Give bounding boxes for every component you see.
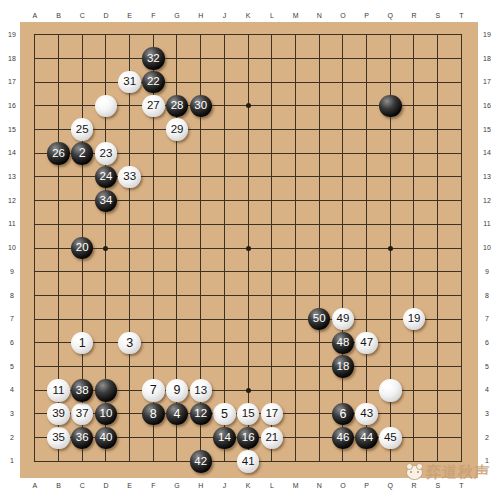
move-number: 31 — [123, 76, 136, 88]
column-label-top-N: N — [311, 12, 327, 20]
row-label-left-11: 11 — [4, 220, 20, 228]
move-number: 23 — [100, 148, 113, 160]
column-label-bottom-M: M — [288, 482, 304, 490]
move-number: 13 — [194, 385, 207, 397]
stone-black-F3-move-8: 8 — [142, 403, 164, 425]
row-label-right-18: 18 — [479, 55, 495, 63]
move-number: 36 — [76, 432, 89, 444]
stone-black-F17-move-22: 22 — [142, 71, 164, 93]
move-number: 7 — [150, 384, 157, 397]
row-label-right-17: 17 — [479, 78, 495, 86]
stone-white-L3-move-17: 17 — [261, 403, 283, 425]
column-label-bottom-P: P — [359, 482, 375, 490]
stone-white-B4-move-11: 11 — [47, 379, 69, 401]
move-number: 44 — [360, 432, 373, 444]
stone-white-B3-move-39: 39 — [47, 403, 69, 425]
move-number: 32 — [147, 53, 160, 65]
star-point-Q10 — [388, 246, 393, 251]
stone-white-F16-move-27: 27 — [142, 95, 164, 117]
column-label-top-C: C — [74, 12, 90, 20]
column-label-bottom-N: N — [311, 482, 327, 490]
move-number: 17 — [265, 408, 278, 420]
move-number: 25 — [76, 124, 89, 136]
star-point-K10 — [246, 246, 251, 251]
column-label-bottom-A: A — [27, 482, 43, 490]
move-number: 43 — [360, 408, 373, 420]
row-label-left-16: 16 — [4, 102, 20, 110]
move-number: 38 — [76, 385, 89, 397]
move-number: 14 — [218, 432, 231, 444]
move-number: 3 — [126, 337, 133, 350]
row-label-right-19: 19 — [479, 31, 495, 39]
move-number: 50 — [313, 313, 326, 325]
row-label-left-10: 10 — [4, 244, 20, 252]
row-label-left-1: 1 — [4, 457, 20, 465]
row-label-right-14: 14 — [479, 149, 495, 157]
row-label-left-2: 2 — [4, 434, 20, 442]
move-number: 1 — [79, 337, 86, 350]
row-label-left-14: 14 — [4, 149, 20, 157]
move-number: 30 — [194, 100, 207, 112]
stone-white-E13-move-33: 33 — [118, 166, 140, 188]
column-label-bottom-S: S — [430, 482, 446, 490]
stone-white-P6-move-47: 47 — [355, 332, 377, 354]
watermark-text: 弈道秋声 — [425, 463, 490, 482]
column-label-top-P: P — [359, 12, 375, 20]
row-label-left-18: 18 — [4, 55, 20, 63]
column-label-top-Q: Q — [382, 12, 398, 20]
move-number: 37 — [76, 408, 89, 420]
stone-white-E6-move-3: 3 — [118, 332, 140, 354]
column-label-top-S: S — [430, 12, 446, 20]
row-label-left-8: 8 — [4, 292, 20, 300]
move-number: 47 — [360, 337, 373, 349]
stone-white-L2-move-21: 21 — [261, 427, 283, 449]
stone-black-H3-move-12: 12 — [190, 403, 212, 425]
stone-black-D12-move-34: 34 — [95, 190, 117, 212]
move-number: 27 — [147, 100, 160, 112]
column-label-top-B: B — [51, 12, 67, 20]
stone-black-D4 — [95, 379, 117, 401]
move-number: 16 — [242, 432, 255, 444]
stone-black-Q16 — [379, 95, 401, 117]
move-number: 28 — [171, 100, 184, 112]
row-label-right-10: 10 — [479, 244, 495, 252]
star-point-K4 — [246, 388, 251, 393]
move-number: 19 — [408, 313, 421, 325]
stone-white-P3-move-43: 43 — [355, 403, 377, 425]
column-label-top-H: H — [193, 12, 209, 20]
column-label-top-D: D — [98, 12, 114, 20]
column-label-bottom-F: F — [145, 482, 161, 490]
row-label-left-5: 5 — [4, 363, 20, 371]
column-label-top-G: G — [169, 12, 185, 20]
column-label-bottom-L: L — [264, 482, 280, 490]
stone-black-J2-move-14: 14 — [213, 427, 235, 449]
row-label-right-11: 11 — [479, 220, 495, 228]
move-number: 11 — [53, 385, 65, 397]
move-number: 39 — [52, 408, 65, 420]
row-label-right-13: 13 — [479, 173, 495, 181]
row-label-left-19: 19 — [4, 31, 20, 39]
move-number: 45 — [384, 432, 397, 444]
go-board-diagram: 弈道秋声 12345678910111213141516171819202122… — [0, 0, 500, 500]
column-label-top-K: K — [240, 12, 256, 20]
stone-black-K2-move-16: 16 — [237, 427, 259, 449]
column-label-bottom-G: G — [169, 482, 185, 490]
move-number: 20 — [76, 242, 89, 254]
move-number: 18 — [337, 361, 350, 373]
column-label-top-F: F — [145, 12, 161, 20]
row-label-right-2: 2 — [479, 434, 495, 442]
column-label-bottom-O: O — [335, 482, 351, 490]
row-label-right-6: 6 — [479, 339, 495, 347]
stone-black-O2-move-46: 46 — [332, 427, 354, 449]
row-label-right-15: 15 — [479, 126, 495, 134]
move-number: 41 — [242, 456, 255, 468]
column-label-top-A: A — [27, 12, 43, 20]
move-number: 33 — [123, 171, 136, 183]
column-label-top-T: T — [453, 12, 469, 20]
stone-white-H4-move-13: 13 — [190, 379, 212, 401]
stone-white-G15-move-29: 29 — [166, 118, 188, 140]
column-label-top-R: R — [406, 12, 422, 20]
stone-white-K1-move-41: 41 — [237, 450, 259, 472]
stone-black-H16-move-30: 30 — [190, 95, 212, 117]
stone-black-H1-move-42: 42 — [190, 450, 212, 472]
row-label-left-9: 9 — [4, 268, 20, 276]
row-label-right-4: 4 — [479, 386, 495, 394]
move-number: 46 — [337, 432, 350, 444]
move-number: 49 — [337, 313, 350, 325]
stone-white-Q2-move-45: 45 — [379, 427, 401, 449]
column-label-bottom-C: C — [74, 482, 90, 490]
row-label-right-8: 8 — [479, 292, 495, 300]
stone-white-G4-move-9: 9 — [166, 379, 188, 401]
move-number: 8 — [150, 408, 157, 421]
move-number: 4 — [174, 408, 181, 421]
column-label-bottom-K: K — [240, 482, 256, 490]
move-number: 24 — [100, 171, 113, 183]
row-label-left-13: 13 — [4, 173, 20, 181]
move-number: 2 — [79, 147, 86, 160]
stone-black-F18-move-32: 32 — [142, 47, 164, 69]
stone-black-O5-move-18: 18 — [332, 355, 354, 377]
row-label-right-7: 7 — [479, 315, 495, 323]
row-label-right-16: 16 — [479, 102, 495, 110]
move-number: 6 — [339, 408, 346, 421]
watermark: 弈道秋声 — [406, 463, 490, 482]
column-label-bottom-R: R — [406, 482, 422, 490]
stone-white-J3-move-5: 5 — [213, 403, 235, 425]
stone-black-D2-move-40: 40 — [95, 427, 117, 449]
column-label-bottom-D: D — [98, 482, 114, 490]
move-number: 40 — [100, 432, 113, 444]
column-label-bottom-B: B — [51, 482, 67, 490]
row-label-right-5: 5 — [479, 363, 495, 371]
row-label-left-17: 17 — [4, 78, 20, 86]
row-label-left-6: 6 — [4, 339, 20, 347]
move-number: 22 — [147, 76, 160, 88]
row-label-left-7: 7 — [4, 315, 20, 323]
move-number: 34 — [100, 195, 113, 207]
move-number: 35 — [52, 432, 65, 444]
column-label-top-L: L — [264, 12, 280, 20]
column-label-top-M: M — [288, 12, 304, 20]
stone-black-C4-move-38: 38 — [71, 379, 93, 401]
move-number: 12 — [194, 408, 207, 420]
move-number: 10 — [100, 408, 113, 420]
move-number: 5 — [221, 408, 228, 421]
stone-black-P2-move-44: 44 — [355, 427, 377, 449]
move-number: 42 — [194, 456, 207, 468]
column-label-bottom-Q: Q — [382, 482, 398, 490]
move-number: 21 — [265, 432, 278, 444]
stone-white-D14-move-23: 23 — [95, 142, 117, 164]
row-label-left-12: 12 — [4, 197, 20, 205]
column-label-top-O: O — [335, 12, 351, 20]
row-label-left-15: 15 — [4, 126, 20, 134]
row-label-right-9: 9 — [479, 268, 495, 276]
move-number: 9 — [174, 384, 181, 397]
column-label-bottom-H: H — [193, 482, 209, 490]
column-label-top-E: E — [122, 12, 138, 20]
stone-white-B2-move-35: 35 — [47, 427, 69, 449]
move-number: 48 — [337, 337, 350, 349]
stone-white-F4-move-7: 7 — [142, 379, 164, 401]
column-label-bottom-E: E — [122, 482, 138, 490]
stone-black-B14-move-26: 26 — [47, 142, 69, 164]
stone-black-C14-move-2: 2 — [71, 142, 93, 164]
column-label-bottom-J: J — [216, 482, 232, 490]
column-label-bottom-T: T — [453, 482, 469, 490]
move-number: 26 — [52, 148, 65, 160]
move-number: 29 — [171, 124, 184, 136]
stone-white-Q4 — [379, 379, 401, 401]
move-number: 15 — [242, 408, 255, 420]
row-label-left-4: 4 — [4, 386, 20, 394]
row-label-right-3: 3 — [479, 410, 495, 418]
panda-face-icon — [406, 465, 423, 480]
column-label-top-J: J — [216, 12, 232, 20]
row-label-right-12: 12 — [479, 197, 495, 205]
row-label-left-3: 3 — [4, 410, 20, 418]
